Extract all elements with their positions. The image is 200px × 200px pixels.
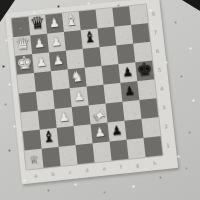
square-d5[interactable]: ♞ bbox=[68, 68, 87, 89]
square-h5[interactable]: ♚ bbox=[135, 61, 154, 82]
file-label-g: g bbox=[135, 161, 139, 167]
rank-label-5: 5 bbox=[158, 66, 162, 72]
rank-label-4: 4 bbox=[160, 85, 164, 91]
rank-label-6: 6 bbox=[156, 47, 160, 53]
square-b6[interactable]: ♟ bbox=[32, 52, 51, 73]
square-e1[interactable] bbox=[93, 142, 112, 163]
square-e4[interactable] bbox=[87, 85, 106, 106]
white-pawn-c3[interactable]: ♟ bbox=[58, 109, 70, 122]
square-b7[interactable]: ♟ bbox=[30, 34, 49, 54]
file-label-d: d bbox=[85, 167, 89, 173]
square-g1[interactable] bbox=[127, 138, 146, 159]
white-pawn-e2[interactable]: ♟ bbox=[94, 125, 106, 138]
square-a6[interactable]: ♚ bbox=[15, 54, 34, 75]
white-pawn-b6[interactable]: ♟ bbox=[35, 55, 47, 68]
square-f3[interactable] bbox=[106, 102, 125, 123]
white-knight-d5[interactable]: ♞ bbox=[70, 69, 84, 84]
black-pawn-g4[interactable]: ♟ bbox=[124, 83, 136, 96]
chess-board: ♛♟♝♛♟♟♝♚♟♟♞♟♚♟♟♟♜♝♟♟♕ abcdefgh 87654321 bbox=[5, 0, 178, 184]
rank-label-3: 3 bbox=[162, 104, 166, 110]
white-pawn-c6[interactable]: ♟ bbox=[52, 53, 64, 66]
file-label-b: b bbox=[51, 170, 55, 176]
black-queen-b8[interactable]: ♛ bbox=[29, 14, 46, 32]
square-b2[interactable]: ♝ bbox=[40, 128, 59, 149]
square-d8[interactable]: ♝ bbox=[62, 12, 81, 32]
square-c2[interactable] bbox=[57, 126, 76, 147]
square-h1[interactable] bbox=[144, 136, 163, 157]
square-c5[interactable] bbox=[51, 69, 70, 90]
file-label-e: e bbox=[102, 165, 106, 171]
square-g7[interactable] bbox=[114, 25, 133, 45]
white-pawn-d4[interactable]: ♟ bbox=[73, 89, 85, 102]
file-label-h: h bbox=[153, 159, 157, 165]
square-d4[interactable]: ♟ bbox=[70, 86, 89, 107]
square-a4[interactable] bbox=[19, 92, 38, 113]
square-a5[interactable] bbox=[17, 73, 36, 94]
white-pawn-c8[interactable]: ♟ bbox=[48, 16, 60, 29]
square-g4[interactable]: ♟ bbox=[120, 81, 139, 102]
square-c6[interactable]: ♟ bbox=[49, 51, 68, 72]
square-g5[interactable]: ♟ bbox=[118, 62, 137, 83]
black-bishop-b2[interactable]: ♝ bbox=[41, 128, 56, 144]
rank-label-8: 8 bbox=[151, 10, 155, 16]
square-f1[interactable] bbox=[110, 140, 129, 161]
square-d3[interactable] bbox=[72, 105, 91, 126]
square-d1[interactable] bbox=[76, 143, 95, 164]
black-pawn-f2[interactable]: ♟ bbox=[111, 123, 123, 136]
black-bishop-e7[interactable]: ♝ bbox=[82, 29, 97, 45]
square-c1[interactable] bbox=[59, 145, 78, 166]
square-c7[interactable]: ♟ bbox=[47, 32, 66, 52]
white-pawn-c7[interactable]: ♟ bbox=[50, 34, 62, 47]
square-d2[interactable] bbox=[74, 124, 93, 145]
white-pawn-b7[interactable]: ♟ bbox=[34, 36, 46, 49]
file-label-c: c bbox=[68, 168, 71, 174]
square-a2[interactable] bbox=[23, 130, 42, 151]
square-f8[interactable] bbox=[96, 8, 115, 28]
rank-label-7: 7 bbox=[153, 29, 157, 35]
rank-label-1: 1 bbox=[166, 142, 170, 148]
white-king-a6[interactable]: ♚ bbox=[15, 53, 33, 72]
square-c8[interactable]: ♟ bbox=[45, 13, 64, 33]
rank-label-2: 2 bbox=[164, 123, 168, 129]
file-label-f: f bbox=[120, 163, 122, 169]
black-king-h5[interactable]: ♚ bbox=[135, 59, 153, 78]
square-c4[interactable] bbox=[53, 88, 72, 109]
square-f4[interactable] bbox=[104, 83, 123, 104]
square-f7[interactable] bbox=[98, 27, 117, 47]
square-f6[interactable] bbox=[100, 45, 119, 66]
square-d6[interactable] bbox=[66, 49, 85, 70]
square-h3[interactable] bbox=[139, 98, 158, 119]
board-maker-emblem: ♕ bbox=[28, 152, 39, 166]
square-h2[interactable] bbox=[141, 117, 160, 138]
square-e7[interactable]: ♝ bbox=[81, 28, 100, 48]
white-bishop-d8[interactable]: ♝ bbox=[64, 12, 79, 28]
square-f5[interactable] bbox=[102, 64, 121, 85]
square-e6[interactable] bbox=[83, 47, 102, 68]
square-g3[interactable] bbox=[122, 100, 141, 121]
file-label-a: a bbox=[34, 172, 38, 178]
square-g2[interactable] bbox=[124, 119, 143, 140]
square-h8[interactable] bbox=[129, 5, 148, 25]
board-grid: ♛♟♝♛♟♟♝♚♟♟♞♟♚♟♟♟♜♝♟♟♕ bbox=[12, 5, 163, 170]
square-a3[interactable] bbox=[21, 111, 40, 132]
square-h4[interactable] bbox=[137, 79, 156, 100]
square-c3[interactable]: ♟ bbox=[55, 107, 74, 128]
square-d7[interactable] bbox=[64, 30, 83, 50]
table-corner-shadow-tr bbox=[182, 0, 200, 11]
square-e2[interactable]: ♟ bbox=[91, 123, 110, 144]
photo-scene: ♛♟♝♛♟♟♝♚♟♟♞♟♚♟♟♟♜♝♟♟♕ abcdefgh 87654321 bbox=[0, 0, 200, 200]
square-e5[interactable] bbox=[85, 66, 104, 87]
square-b5[interactable] bbox=[34, 71, 53, 92]
square-b1[interactable] bbox=[42, 147, 61, 168]
square-g6[interactable] bbox=[116, 44, 135, 65]
square-h7[interactable] bbox=[131, 23, 150, 43]
square-e3[interactable]: ♜ bbox=[89, 104, 108, 125]
square-f2[interactable]: ♟ bbox=[108, 121, 127, 142]
square-b8[interactable]: ♛ bbox=[28, 15, 47, 35]
square-a1[interactable]: ♕ bbox=[25, 149, 44, 170]
square-b4[interactable] bbox=[36, 90, 55, 111]
square-g8[interactable] bbox=[112, 6, 131, 26]
black-pawn-g5[interactable]: ♟ bbox=[122, 65, 134, 78]
